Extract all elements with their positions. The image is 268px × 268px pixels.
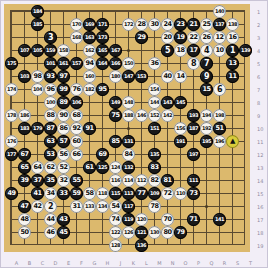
star-point: [127, 127, 130, 130]
white-stone-move-8: 8: [187, 57, 200, 70]
white-stone-move-148: 148: [122, 96, 135, 109]
black-stone-move-37: 37: [31, 174, 44, 187]
black-stone-move-143: 143: [161, 96, 174, 109]
column-label: P: [192, 261, 205, 266]
white-stone-move-140: 140: [213, 5, 226, 18]
white-stone-move-150: 150: [122, 57, 135, 70]
column-label: G: [88, 261, 101, 266]
black-stone-move-79: 79: [174, 226, 187, 239]
white-stone-move-44: 44: [44, 213, 57, 226]
white-stone-move-80: 80: [161, 226, 174, 239]
white-stone-move-162: 162: [83, 44, 96, 57]
black-stone-move-177: 177: [5, 148, 18, 161]
black-stone-move-15: 15: [200, 83, 213, 96]
white-stone-move-22: 22: [187, 31, 200, 44]
black-stone-move-103: 103: [18, 70, 31, 83]
white-stone-move-76: 76: [70, 83, 83, 96]
white-stone-move-88: 88: [44, 109, 57, 122]
black-stone-move-117: 117: [122, 200, 135, 213]
white-stone-move-24: 24: [161, 18, 174, 31]
white-stone-move-168: 168: [70, 31, 83, 44]
black-stone-move-107: 107: [18, 44, 31, 57]
white-stone-move-174: 174: [5, 83, 18, 96]
white-stone-move-198: 198: [213, 109, 226, 122]
black-stone-move-195: 195: [200, 135, 213, 148]
white-stone-move-40: 40: [161, 70, 174, 83]
white-stone-move-98: 98: [31, 70, 44, 83]
black-stone-move-95: 95: [96, 83, 109, 96]
black-stone-move-193: 193: [187, 109, 200, 122]
white-stone-move-14: 14: [174, 70, 187, 83]
column-label: S: [231, 261, 244, 266]
column-label: D: [49, 261, 62, 266]
column-label: J: [114, 261, 127, 266]
black-stone-move-41: 41: [31, 187, 44, 200]
white-stone-move-130: 130: [148, 226, 161, 239]
white-stone-move-70: 70: [161, 213, 174, 226]
white-stone-move-66: 66: [70, 148, 83, 161]
row-label: 19: [257, 244, 263, 257]
white-stone-move-124: 124: [109, 161, 122, 174]
black-stone-move-35: 35: [44, 174, 57, 187]
black-stone-move-111: 111: [187, 174, 200, 187]
white-stone-move-112: 112: [135, 174, 148, 187]
white-stone-move-144: 144: [148, 96, 161, 109]
white-stone-move-178: 178: [5, 109, 18, 122]
white-stone-move-126: 126: [122, 226, 135, 239]
black-stone-move-11: 11: [226, 70, 239, 83]
white-stone-move-16: 16: [226, 31, 239, 44]
star-point: [127, 49, 130, 52]
black-stone-move-147: 147: [122, 70, 135, 83]
black-stone-move-157: 157: [70, 57, 83, 70]
black-stone-move-99: 99: [57, 83, 70, 96]
black-stone-move-65: 65: [18, 161, 31, 174]
black-stone-move-135: 135: [148, 148, 161, 161]
column-label: H: [101, 261, 114, 266]
black-stone-move-187: 187: [187, 122, 200, 135]
white-stone-move-2: 2: [44, 200, 57, 213]
white-stone-move-48: 48: [18, 213, 31, 226]
black-stone-move-43: 43: [57, 213, 70, 226]
marked-last-move-stone: ▲: [226, 135, 239, 148]
white-stone-move-133: 133: [83, 200, 96, 213]
black-stone-move-145: 145: [174, 96, 187, 109]
black-stone-move-136: 136: [135, 239, 148, 252]
white-stone-move-158: 158: [57, 44, 70, 57]
row-coordinates: 12345678910111213141516171819: [257, 10, 263, 258]
white-stone-move-60: 60: [70, 135, 83, 148]
black-stone-move-51: 51: [213, 122, 226, 135]
white-stone-move-118: 118: [96, 187, 109, 200]
white-stone-move-116: 116: [109, 174, 122, 187]
white-stone-move-154: 154: [148, 83, 161, 96]
white-stone-move-128: 128: [109, 239, 122, 252]
black-stone-move-139: 139: [239, 44, 252, 57]
white-stone-move-104: 104: [31, 83, 44, 96]
white-stone-move-96: 96: [44, 83, 57, 96]
black-stone-move-166: 166: [109, 57, 122, 70]
white-stone-move-68: 68: [70, 109, 83, 122]
black-stone-move-113: 113: [122, 187, 135, 200]
black-stone-move-1: 1: [226, 44, 239, 57]
black-stone-move-23: 23: [174, 18, 187, 31]
white-stone-move-28: 28: [135, 18, 148, 31]
column-label: L: [140, 261, 153, 266]
black-stone-move-59: 59: [70, 187, 83, 200]
star-point: [205, 205, 208, 208]
white-stone-move-86: 86: [57, 122, 70, 135]
white-stone-move-114: 114: [122, 174, 135, 187]
black-stone-move-71: 71: [187, 213, 200, 226]
black-stone-move-75: 75: [109, 109, 122, 122]
black-stone-move-137: 137: [213, 18, 226, 31]
black-stone-move-81: 81: [161, 174, 174, 187]
black-stone-move-179: 179: [31, 122, 44, 135]
white-stone-move-186: 186: [18, 109, 31, 122]
white-stone-move-30: 30: [148, 18, 161, 31]
black-stone-move-39: 39: [18, 174, 31, 187]
column-coordinates: ABCDEFGHJKLMNOPQRST: [10, 261, 258, 266]
white-stone-move-160: 160: [83, 70, 96, 83]
black-stone-move-63: 63: [44, 135, 57, 148]
white-stone-move-54: 54: [109, 200, 122, 213]
black-stone-move-185: 185: [31, 18, 44, 31]
black-stone-move-175: 175: [5, 57, 18, 70]
white-stone-move-20: 20: [161, 31, 174, 44]
white-stone-move-36: 36: [148, 57, 161, 70]
white-stone-move-18: 18: [174, 44, 187, 57]
column-label: T: [244, 261, 257, 266]
black-stone-move-165: 165: [96, 44, 109, 57]
black-stone-move-55: 55: [70, 174, 83, 187]
white-stone-move-62: 62: [44, 161, 57, 174]
white-stone-move-110: 110: [174, 187, 187, 200]
white-stone-move-64: 64: [31, 161, 44, 174]
black-stone-move-105: 105: [31, 44, 44, 57]
white-stone-move-90: 90: [57, 109, 70, 122]
column-label: A: [10, 261, 23, 266]
white-stone-move-194: 194: [200, 109, 213, 122]
black-stone-move-83: 83: [148, 161, 161, 174]
white-stone-move-138: 138: [226, 18, 239, 31]
white-stone-move-176: 176: [5, 135, 18, 148]
white-stone-move-56: 56: [57, 148, 70, 161]
white-stone-move-84: 84: [122, 148, 135, 161]
black-stone-move-13: 13: [226, 57, 239, 70]
go-kifu-diagram: 1841401851701691711722830242321251371383…: [0, 0, 268, 268]
white-stone-move-4: 4: [200, 44, 213, 57]
black-stone-move-91: 91: [83, 122, 96, 135]
black-stone-move-101: 101: [44, 57, 57, 70]
black-stone-move-9: 9: [200, 70, 213, 83]
black-stone-move-3: 3: [44, 31, 57, 44]
black-stone-move-7: 7: [200, 57, 213, 70]
white-stone-move-142: 142: [161, 109, 174, 122]
black-stone-move-69: 69: [96, 148, 109, 161]
white-stone-move-58: 58: [83, 187, 96, 200]
black-stone-move-149: 149: [109, 96, 122, 109]
column-label: B: [23, 261, 36, 266]
black-stone-move-45: 45: [57, 226, 70, 239]
black-stone-move-17: 17: [187, 44, 200, 57]
white-stone-move-42: 42: [31, 200, 44, 213]
black-stone-move-47: 47: [18, 200, 31, 213]
white-stone-move-146: 146: [135, 109, 148, 122]
white-stone-move-82: 82: [148, 174, 161, 187]
black-stone-move-93: 93: [44, 70, 57, 83]
black-stone-move-109: 109: [148, 187, 161, 200]
black-stone-move-163: 163: [83, 31, 96, 44]
white-stone-move-92: 92: [70, 122, 83, 135]
white-stone-move-196: 196: [213, 135, 226, 148]
column-label: C: [36, 261, 49, 266]
black-stone-move-61: 61: [83, 161, 96, 174]
black-stone-move-49: 49: [5, 187, 18, 200]
black-stone-move-89: 89: [57, 96, 70, 109]
column-label: R: [218, 261, 231, 266]
board-grid[interactable]: 1841401851701691711722830242321251371383…: [10, 10, 245, 245]
white-stone-move-72: 72: [161, 187, 174, 200]
black-stone-move-159: 159: [44, 44, 57, 57]
white-stone-move-182: 182: [83, 83, 96, 96]
white-stone-move-26: 26: [200, 31, 213, 44]
black-stone-move-164: 164: [96, 57, 109, 70]
white-stone-move-122: 122: [109, 226, 122, 239]
white-stone-move-31: 31: [70, 200, 83, 213]
column-label: K: [127, 261, 140, 266]
column-label: E: [62, 261, 75, 266]
black-stone-move-161: 161: [57, 57, 70, 70]
black-stone-move-167: 167: [109, 44, 122, 57]
white-stone-move-156: 156: [174, 122, 187, 135]
black-stone-move-169: 169: [83, 18, 96, 31]
black-stone-move-197: 197: [187, 148, 200, 161]
white-stone-move-180: 180: [109, 70, 122, 83]
white-stone-move-192: 192: [200, 122, 213, 135]
black-stone-move-73: 73: [187, 187, 200, 200]
go-board: 1841401851701691711722830242321251371383…: [4, 4, 250, 252]
black-stone-move-121: 121: [135, 226, 148, 239]
black-stone-move-173: 173: [96, 31, 109, 44]
white-stone-move-172: 172: [122, 18, 135, 31]
white-stone-move-188: 188: [122, 109, 135, 122]
black-stone-move-183: 183: [18, 122, 31, 135]
white-stone-move-74: 74: [109, 213, 122, 226]
white-stone-move-32: 32: [57, 174, 70, 187]
white-stone-move-152: 152: [148, 109, 161, 122]
black-stone-move-19: 19: [174, 31, 187, 44]
white-stone-move-25: 25: [200, 18, 213, 31]
black-stone-move-115: 115: [109, 187, 122, 200]
white-stone-move-6: 6: [213, 83, 226, 96]
column-label: F: [75, 261, 88, 266]
column-label: N: [166, 261, 179, 266]
black-stone-move-171: 171: [96, 18, 109, 31]
white-stone-move-100: 100: [44, 96, 57, 109]
black-stone-move-141: 141: [213, 213, 226, 226]
black-stone-move-29: 29: [135, 31, 148, 44]
black-stone-move-53: 53: [44, 148, 57, 161]
white-stone-move-12: 12: [213, 31, 226, 44]
black-stone-move-33: 33: [57, 187, 70, 200]
black-stone-move-191: 191: [174, 135, 187, 148]
black-stone-move-153: 153: [135, 70, 148, 83]
white-stone-move-52: 52: [57, 161, 70, 174]
black-stone-move-184: 184: [31, 5, 44, 18]
white-stone-move-34: 34: [44, 187, 57, 200]
black-stone-move-97: 97: [57, 70, 70, 83]
white-stone-move-134: 134: [96, 200, 109, 213]
black-stone-move-77: 77: [135, 187, 148, 200]
black-stone-move-132: 132: [122, 161, 135, 174]
white-stone-move-120: 120: [135, 213, 148, 226]
column-label: O: [179, 261, 192, 266]
black-stone-move-21: 21: [187, 18, 200, 31]
white-stone-move-94: 94: [83, 57, 96, 70]
black-stone-move-67: 67: [18, 148, 31, 161]
white-stone-move-46: 46: [44, 226, 57, 239]
white-stone-move-50: 50: [18, 226, 31, 239]
white-stone-move-78: 78: [148, 200, 161, 213]
column-label: M: [153, 261, 166, 266]
black-stone-move-131: 131: [122, 135, 135, 148]
black-stone-move-151: 151: [148, 122, 161, 135]
black-stone-move-106: 106: [70, 96, 83, 109]
black-stone-move-87: 87: [44, 122, 57, 135]
black-stone-move-125: 125: [96, 161, 109, 174]
black-stone-move-57: 57: [57, 135, 70, 148]
black-stone-move-85: 85: [109, 135, 122, 148]
white-stone-move-170: 170: [70, 18, 83, 31]
column-label: Q: [205, 261, 218, 266]
black-stone-move-5: 5: [161, 44, 174, 57]
black-stone-move-119: 119: [122, 213, 135, 226]
white-stone-move-10: 10: [213, 44, 226, 57]
